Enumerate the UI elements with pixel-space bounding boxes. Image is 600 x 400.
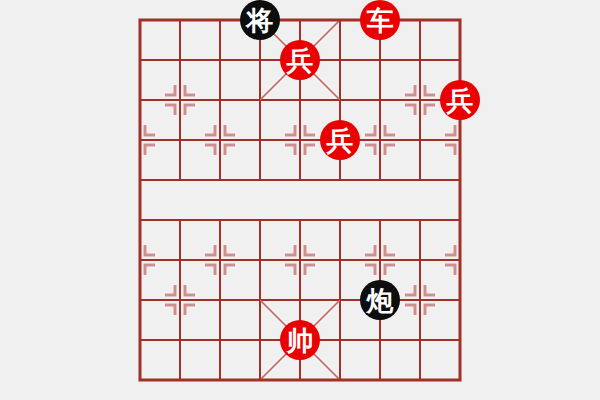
xiangqi-diagram: 将车兵兵兵炮帅 bbox=[0, 0, 600, 400]
piece-layer: 将车兵兵兵炮帅 bbox=[0, 0, 600, 400]
piece-black-cannon[interactable]: 炮 bbox=[360, 280, 400, 320]
piece-red-soldier-c[interactable]: 兵 bbox=[320, 120, 360, 160]
piece-red-chariot[interactable]: 车 bbox=[360, 0, 400, 40]
piece-black-general[interactable]: 将 bbox=[240, 0, 280, 40]
piece-red-general[interactable]: 帅 bbox=[280, 320, 320, 360]
piece-red-soldier-a[interactable]: 兵 bbox=[280, 40, 320, 80]
piece-red-soldier-b[interactable]: 兵 bbox=[440, 80, 480, 120]
